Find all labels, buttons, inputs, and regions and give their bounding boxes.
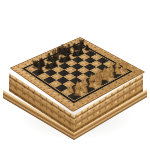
chess-set-photo: ♜♞♝♛♚♝♞♜♟♟♟♟♟♟♟♟♟♟♟♟♟♟♟♟♜♞♝♛♚♝♞♜ — [0, 0, 150, 150]
square-a1: ♜ — [68, 92, 82, 100]
square-c6 — [52, 66, 65, 73]
piece-white-rook: ♜ — [72, 87, 82, 98]
piece-black-pawn: ♟ — [37, 65, 45, 74]
piece-black-pawn: ♟ — [44, 62, 52, 71]
